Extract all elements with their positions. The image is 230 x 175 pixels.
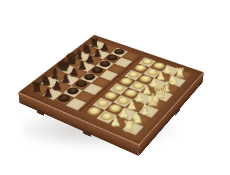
piece-anchor: ♜ <box>174 69 193 80</box>
product-photo-scene: Product photo of a folding wooden magnet… <box>0 0 230 175</box>
square-a1: ♜ <box>174 69 193 80</box>
